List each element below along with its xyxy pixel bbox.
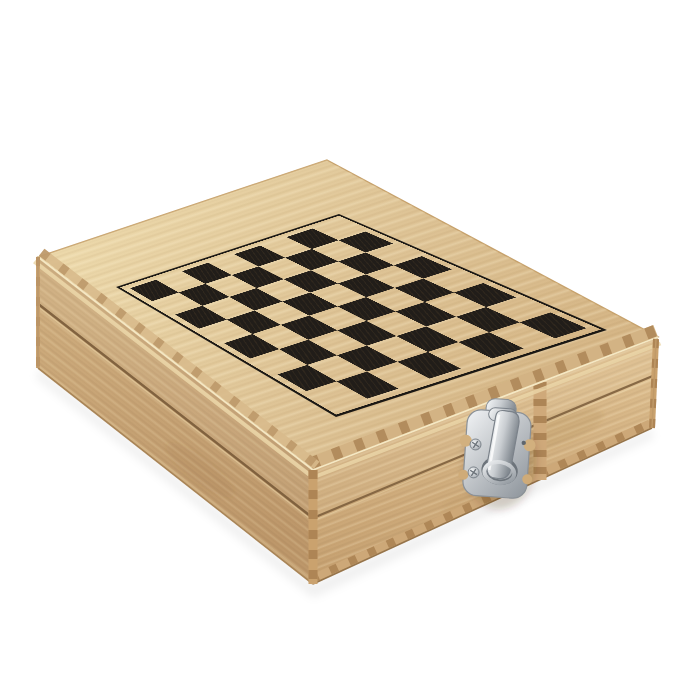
bamboo-box (34, 160, 660, 584)
product-photo-chess-box (0, 0, 700, 700)
box-scene (0, 0, 700, 700)
